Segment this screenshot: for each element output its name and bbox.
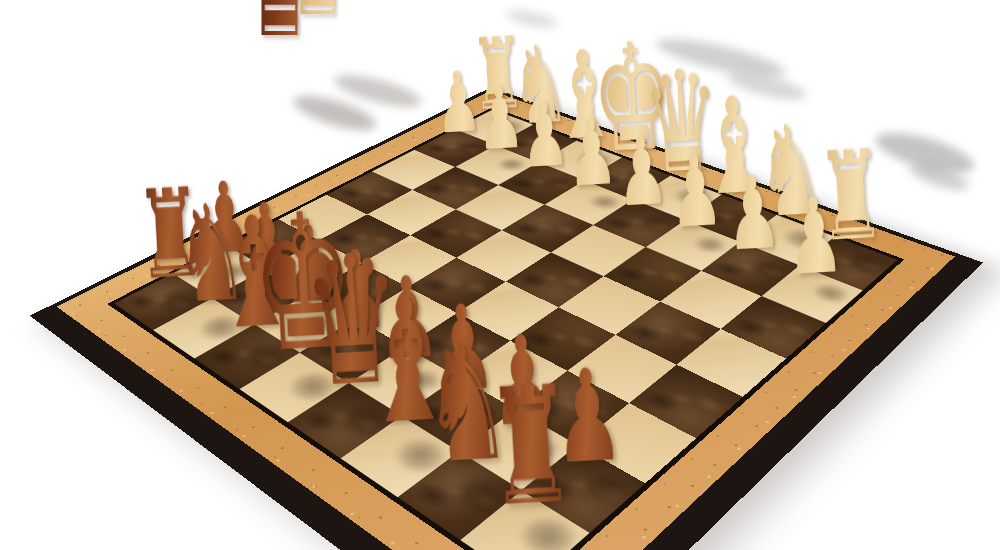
board-outer-rim: ♜♞♝♛♚♝♞♜♟♟♟♟♟♟♟♟♟♟♟♟♟♟♟♟♜♞♝♛♚♝♞♜ (30, 87, 983, 550)
board-scene: ♜♞♝♛♚♝♞♜♟♟♟♟♟♟♟♟♟♟♟♟♟♟♟♟♜♞♝♛♚♝♞♜ (0, 0, 1000, 550)
playing-grid: ♜♞♝♛♚♝♞♜♟♟♟♟♟♟♟♟♟♟♟♟♟♟♟♟♜♞♝♛♚♝♞♜ (114, 110, 897, 550)
black-rook-glyph: ♜ (450, 362, 613, 532)
board-inner-frame: ♜♞♝♛♚♝♞♜♟♟♟♟♟♟♟♟♟♟♟♟♟♟♟♟♜♞♝♛♚♝♞♜ (107, 107, 904, 550)
square-a8[interactable]: ♜ (460, 490, 589, 550)
product-photo: ♜♞♝♛♚♝♞♜♟♟♟♟♟♟♟♟♟♟♟♟♟♟♟♟♜♞♝♛♚♝♞♜ ♛ ♛ (0, 0, 1000, 550)
white-pawn-glyph: ♟ (751, 181, 878, 292)
chess-board: ♜♞♝♛♚♝♞♜♟♟♟♟♟♟♟♟♟♟♟♟♟♟♟♟♜♞♝♛♚♝♞♜ (30, 87, 983, 550)
board-maple-border: ♜♞♝♛♚♝♞♜♟♟♟♟♟♟♟♟♟♟♟♟♟♟♟♟♜♞♝♛♚♝♞♜ (57, 90, 955, 550)
